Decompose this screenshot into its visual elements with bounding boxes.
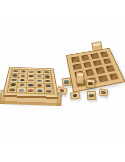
animal-picture-tile[interactable] xyxy=(45,88,54,93)
empty-compartment[interactable] xyxy=(83,61,92,68)
animal-print xyxy=(11,83,17,86)
animal-print xyxy=(28,84,33,87)
animal-picture-tile[interactable] xyxy=(43,71,50,75)
animal-print xyxy=(29,75,34,77)
left-tray-grid xyxy=(7,69,54,94)
animal-picture-tile[interactable] xyxy=(44,83,52,88)
left-tray-corner-post xyxy=(0,90,4,104)
right-tray-lattice xyxy=(67,49,124,92)
animal-picture-tile[interactable] xyxy=(19,78,27,82)
animal-print xyxy=(37,84,42,87)
loose-block[interactable] xyxy=(76,72,84,84)
empty-compartment[interactable] xyxy=(73,63,82,70)
animal-print xyxy=(19,89,25,92)
loose-cube[interactable] xyxy=(86,79,96,89)
animal-picture-tile[interactable] xyxy=(26,88,34,93)
animal-print xyxy=(29,71,34,73)
animal-picture-tile[interactable] xyxy=(36,70,43,74)
animal-picture-tile[interactable] xyxy=(17,88,26,93)
animal-print xyxy=(21,70,26,72)
animal-print xyxy=(44,71,49,73)
animal-print xyxy=(88,82,92,86)
animal-picture-tile[interactable] xyxy=(18,83,26,88)
animal-picture-tile[interactable] xyxy=(36,83,44,88)
animal-print xyxy=(37,79,42,82)
empty-compartment[interactable] xyxy=(90,53,99,59)
product-photo-stage xyxy=(0,0,125,162)
animal-print xyxy=(12,78,17,81)
animal-picture-tile[interactable] xyxy=(27,78,35,82)
empty-compartment[interactable] xyxy=(71,56,79,62)
animal-print xyxy=(45,80,50,83)
left-tray-filled xyxy=(0,56,63,106)
animal-print xyxy=(28,79,33,82)
animal-print xyxy=(59,89,64,93)
animal-print xyxy=(12,74,17,76)
empty-compartment[interactable] xyxy=(93,60,102,66)
animal-print xyxy=(45,84,51,87)
animal-print xyxy=(13,70,18,72)
animal-print xyxy=(20,79,25,82)
animal-picture-tile[interactable] xyxy=(9,82,18,87)
empty-compartment[interactable] xyxy=(100,52,109,58)
loose-cube[interactable] xyxy=(87,91,97,101)
animal-picture-tile[interactable] xyxy=(27,83,35,88)
animal-print xyxy=(64,80,68,84)
animal-picture-tile[interactable] xyxy=(44,79,52,83)
animal-picture-tile[interactable] xyxy=(10,78,18,82)
animal-print xyxy=(21,74,26,76)
block-on-tray-edge[interactable] xyxy=(91,41,102,52)
loose-tile[interactable] xyxy=(99,88,109,96)
empty-compartment[interactable] xyxy=(95,67,104,74)
animal-print xyxy=(89,94,93,98)
loose-cube[interactable] xyxy=(62,78,72,87)
animal-print xyxy=(37,75,42,77)
animal-print xyxy=(45,75,50,77)
animal-print xyxy=(37,89,43,92)
animal-print xyxy=(19,83,25,86)
animal-print xyxy=(10,88,16,91)
empty-compartment[interactable] xyxy=(85,69,94,76)
animal-print xyxy=(101,91,105,94)
empty-compartment[interactable] xyxy=(105,65,115,72)
animal-picture-tile[interactable] xyxy=(20,70,27,74)
animal-print xyxy=(28,89,34,92)
empty-compartment[interactable] xyxy=(98,75,108,83)
empty-compartment[interactable] xyxy=(109,73,119,80)
empty-compartment[interactable] xyxy=(103,58,112,64)
animal-picture-tile[interactable] xyxy=(8,87,17,92)
animal-picture-tile[interactable] xyxy=(36,88,44,93)
left-tray-front-rail xyxy=(0,93,61,106)
animal-print xyxy=(46,89,52,92)
animal-print xyxy=(37,71,42,73)
animal-picture-tile[interactable] xyxy=(28,70,35,74)
animal-print xyxy=(73,94,78,97)
animal-picture-tile[interactable] xyxy=(12,70,20,74)
animal-picture-tile[interactable] xyxy=(36,79,44,83)
empty-compartment[interactable] xyxy=(81,55,89,61)
left-tray-board xyxy=(4,67,58,95)
loose-tile[interactable] xyxy=(70,91,81,99)
